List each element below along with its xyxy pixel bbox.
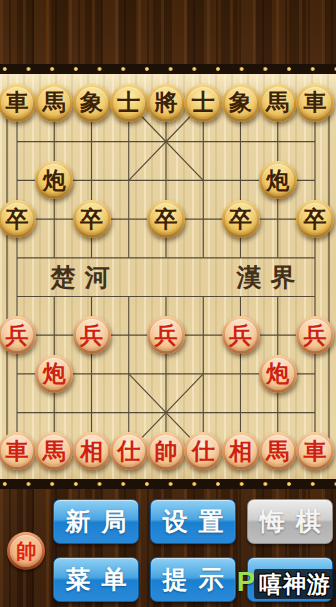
piece-char: 炮 bbox=[38, 164, 70, 196]
piece-red-chariot[interactable]: 車 bbox=[296, 432, 334, 470]
piece-char: 兵 bbox=[1, 319, 33, 351]
piece-black-soldier[interactable]: 卒 bbox=[0, 200, 36, 238]
piece-black-soldier[interactable]: 卒 bbox=[296, 200, 334, 238]
watermark-prefix: P bbox=[237, 567, 255, 598]
piece-char: 象 bbox=[225, 87, 257, 119]
piece-char: 兵 bbox=[150, 319, 182, 351]
piece-char: 帥 bbox=[150, 435, 182, 467]
piece-black-soldier[interactable]: 卒 bbox=[222, 200, 260, 238]
piece-char: 炮 bbox=[262, 164, 294, 196]
piece-red-advisor[interactable]: 仕 bbox=[184, 432, 222, 470]
hint-button[interactable]: 提示 bbox=[150, 557, 236, 602]
piece-red-horse[interactable]: 馬 bbox=[35, 432, 73, 470]
piece-char: 卒 bbox=[150, 203, 182, 235]
piece-black-soldier[interactable]: 卒 bbox=[73, 200, 111, 238]
piece-char: 將 bbox=[150, 87, 182, 119]
piece-char: 仕 bbox=[187, 435, 219, 467]
piece-char: 炮 bbox=[262, 358, 294, 390]
piece-char: 車 bbox=[1, 87, 33, 119]
piece-char: 兵 bbox=[76, 319, 108, 351]
piece-red-soldier[interactable]: 兵 bbox=[147, 316, 185, 354]
piece-black-chariot[interactable]: 車 bbox=[296, 84, 334, 122]
piece-red-general[interactable]: 帥 bbox=[147, 432, 185, 470]
red-general-avatar-icon: 帥 bbox=[10, 535, 42, 567]
piece-char: 炮 bbox=[38, 358, 70, 390]
piece-red-advisor[interactable]: 仕 bbox=[110, 432, 148, 470]
piece-black-advisor[interactable]: 士 bbox=[184, 84, 222, 122]
piece-char: 士 bbox=[187, 87, 219, 119]
piece-char: 卒 bbox=[1, 203, 33, 235]
piece-char: 車 bbox=[299, 435, 331, 467]
piece-black-cannon[interactable]: 炮 bbox=[35, 161, 73, 199]
settings-button[interactable]: 设置 bbox=[150, 499, 236, 544]
piece-black-horse[interactable]: 馬 bbox=[259, 84, 297, 122]
piece-black-advisor[interactable]: 士 bbox=[110, 84, 148, 122]
piece-char: 馬 bbox=[38, 435, 70, 467]
piece-red-soldier[interactable]: 兵 bbox=[73, 316, 111, 354]
piece-red-cannon[interactable]: 炮 bbox=[35, 355, 73, 393]
new-game-button[interactable]: 新局 bbox=[53, 499, 139, 544]
xiangqi-app-screen: 楚河 漢界 車馬象士將士象馬車炮炮卒卒卒卒卒兵兵兵兵兵炮炮車馬相仕帥仕相馬車 帥… bbox=[0, 0, 336, 607]
piece-char: 相 bbox=[225, 435, 257, 467]
piece-red-soldier[interactable]: 兵 bbox=[296, 316, 334, 354]
piece-char: 象 bbox=[76, 87, 108, 119]
piece-red-elephant[interactable]: 相 bbox=[222, 432, 260, 470]
piece-red-soldier[interactable]: 兵 bbox=[0, 316, 36, 354]
watermark-badge: 嘻神游 bbox=[254, 569, 336, 599]
piece-char: 馬 bbox=[262, 435, 294, 467]
piece-black-general[interactable]: 將 bbox=[147, 84, 185, 122]
pieces-grid: 車馬象士將士象馬車炮炮卒卒卒卒卒兵兵兵兵兵炮炮車馬相仕帥仕相馬車 bbox=[0, 84, 334, 471]
piece-char: 兵 bbox=[299, 319, 331, 351]
undo-button[interactable]: 悔棋 bbox=[247, 499, 333, 544]
piece-char: 相 bbox=[76, 435, 108, 467]
piece-char: 兵 bbox=[225, 319, 257, 351]
board-frame-studs-bottom bbox=[0, 479, 336, 489]
piece-red-elephant[interactable]: 相 bbox=[73, 432, 111, 470]
piece-char: 車 bbox=[1, 435, 33, 467]
piece-black-chariot[interactable]: 車 bbox=[0, 84, 36, 122]
red-player-avatar: 帥 bbox=[7, 532, 45, 570]
piece-char: 卒 bbox=[76, 203, 108, 235]
board-frame-studs-top bbox=[0, 64, 336, 74]
piece-red-chariot[interactable]: 車 bbox=[0, 432, 36, 470]
piece-black-cannon[interactable]: 炮 bbox=[259, 161, 297, 199]
piece-char: 車 bbox=[299, 87, 331, 119]
piece-char: 馬 bbox=[38, 87, 70, 119]
piece-char: 仕 bbox=[113, 435, 145, 467]
piece-char: 卒 bbox=[299, 203, 331, 235]
piece-red-soldier[interactable]: 兵 bbox=[222, 316, 260, 354]
piece-char: 士 bbox=[113, 87, 145, 119]
piece-black-soldier[interactable]: 卒 bbox=[147, 200, 185, 238]
menu-button[interactable]: 菜单 bbox=[53, 557, 139, 602]
piece-black-elephant[interactable]: 象 bbox=[73, 84, 111, 122]
piece-red-horse[interactable]: 馬 bbox=[259, 432, 297, 470]
piece-char: 卒 bbox=[225, 203, 257, 235]
xiangqi-board[interactable]: 楚河 漢界 車馬象士將士象馬車炮炮卒卒卒卒卒兵兵兵兵兵炮炮車馬相仕帥仕相馬車 bbox=[0, 74, 336, 479]
piece-black-horse[interactable]: 馬 bbox=[35, 84, 73, 122]
piece-black-elephant[interactable]: 象 bbox=[222, 84, 260, 122]
piece-char: 馬 bbox=[262, 87, 294, 119]
piece-red-cannon[interactable]: 炮 bbox=[259, 355, 297, 393]
